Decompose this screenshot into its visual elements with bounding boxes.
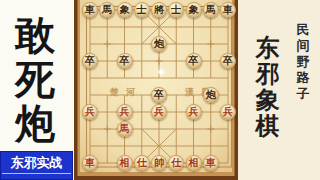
title-char: 炮 bbox=[13, 102, 57, 146]
video-title-vertical: 敢 死 炮 bbox=[13, 14, 57, 146]
river-label-left: 楚河 bbox=[109, 87, 142, 97]
xiangqi-piece-相-red[interactable]: 相 bbox=[186, 155, 202, 171]
xiangqi-board[interactable]: 楚河 漢界 車馬象士將士象馬車炮卒卒卒卒卒炮兵兵兵兵兵馬車相仕帥仕相車 ✦ bbox=[74, 0, 238, 180]
channel-badge-label: 东邪实战 bbox=[0, 154, 73, 172]
left-title-panel: 敢 死 炮 东邪实战 bbox=[0, 0, 74, 180]
right-title-panel: 民 间 野 路 子 东 邪 象 棋 bbox=[238, 0, 320, 180]
xiangqi-piece-帥-red[interactable]: 帥 bbox=[151, 155, 167, 171]
xiangqi-piece-卒-black[interactable]: 卒 bbox=[82, 53, 98, 69]
xiangqi-piece-卒-black[interactable]: 卒 bbox=[220, 53, 236, 69]
xiangqi-piece-炮-black[interactable]: 炮 bbox=[151, 36, 167, 52]
xiangqi-piece-仕-red[interactable]: 仕 bbox=[134, 155, 150, 171]
xiangqi-piece-卒-black[interactable]: 卒 bbox=[151, 87, 167, 103]
xiangqi-piece-士-black[interactable]: 士 bbox=[134, 2, 150, 18]
xiangqi-piece-兵-red[interactable]: 兵 bbox=[186, 104, 202, 120]
channel-title-vertical: 东 邪 象 棋 bbox=[254, 35, 281, 139]
title-char: 敢 bbox=[13, 14, 57, 58]
channel-char: 棋 bbox=[254, 113, 281, 139]
xiangqi-piece-卒-black[interactable]: 卒 bbox=[117, 53, 133, 69]
highlight-sparkle-icon: ✦ bbox=[155, 66, 167, 78]
channel-char: 东 bbox=[254, 35, 281, 61]
xiangqi-piece-兵-red[interactable]: 兵 bbox=[220, 104, 236, 120]
xiangqi-piece-車-black[interactable]: 車 bbox=[82, 2, 98, 18]
xiangqi-piece-兵-red[interactable]: 兵 bbox=[117, 104, 133, 120]
subtitle-char: 间 bbox=[295, 38, 311, 54]
xiangqi-piece-馬-black[interactable]: 馬 bbox=[203, 2, 219, 18]
xiangqi-piece-象-black[interactable]: 象 bbox=[186, 2, 202, 18]
xiangqi-piece-將-black[interactable]: 將 bbox=[151, 2, 167, 18]
xiangqi-piece-馬-red[interactable]: 馬 bbox=[117, 121, 133, 137]
xiangqi-piece-車-red[interactable]: 車 bbox=[203, 155, 219, 171]
xiangqi-piece-兵-red[interactable]: 兵 bbox=[151, 104, 167, 120]
xiangqi-piece-象-black[interactable]: 象 bbox=[117, 2, 133, 18]
xiangqi-piece-相-red[interactable]: 相 bbox=[117, 155, 133, 171]
subtitle-char: 民 bbox=[295, 22, 311, 38]
subtitle-char: 野 bbox=[295, 54, 311, 70]
xiangqi-piece-車-black[interactable]: 車 bbox=[220, 2, 236, 18]
xiangqi-piece-卒-black[interactable]: 卒 bbox=[186, 53, 202, 69]
subtitle-vertical: 民 间 野 路 子 bbox=[295, 22, 311, 102]
channel-char: 邪 bbox=[254, 61, 281, 87]
xiangqi-piece-炮-black[interactable]: 炮 bbox=[203, 87, 219, 103]
channel-badge: 东邪实战 bbox=[0, 151, 73, 180]
channel-char: 象 bbox=[254, 87, 281, 113]
xiangqi-piece-兵-red[interactable]: 兵 bbox=[82, 104, 98, 120]
subtitle-char: 路 bbox=[295, 70, 311, 86]
xiangqi-piece-車-red[interactable]: 車 bbox=[82, 155, 98, 171]
subtitle-char: 子 bbox=[295, 86, 311, 102]
title-char: 死 bbox=[13, 58, 57, 102]
badge-divider bbox=[2, 173, 71, 174]
